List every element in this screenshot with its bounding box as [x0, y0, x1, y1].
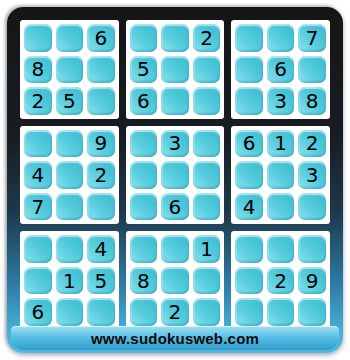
cell-r3c5[interactable] [161, 87, 189, 115]
cell-r6c3[interactable] [87, 193, 115, 221]
cell-r8c6[interactable] [193, 267, 221, 295]
cell-r9c6[interactable] [193, 298, 221, 326]
cell-r2c3[interactable] [87, 56, 115, 84]
cell-r4c8[interactable]: 1 [267, 130, 295, 158]
cell-r3c6[interactable] [193, 87, 221, 115]
cell-r9c3[interactable] [87, 298, 115, 326]
cell-r8c2[interactable]: 1 [56, 267, 84, 295]
cell-r7c1[interactable] [24, 235, 52, 263]
cell-r3c7[interactable] [235, 87, 263, 115]
box-7: 4156 [20, 231, 119, 330]
cell-r3c8[interactable]: 3 [267, 87, 295, 115]
cell-r6c4[interactable] [130, 193, 158, 221]
cell-r2c1[interactable]: 8 [24, 56, 52, 84]
cell-r6c9[interactable] [298, 193, 326, 221]
cell-r4c6[interactable] [193, 130, 221, 158]
cell-r7c2[interactable] [56, 235, 84, 263]
cell-r8c7[interactable] [235, 267, 263, 295]
cell-r3c2[interactable]: 5 [56, 87, 84, 115]
site-url-text: www.sudokusweb.com [91, 330, 259, 347]
cell-r4c9[interactable]: 2 [298, 130, 326, 158]
cell-r9c7[interactable] [235, 298, 263, 326]
cell-r5c5[interactable] [161, 161, 189, 189]
cell-r7c3[interactable]: 4 [87, 235, 115, 263]
cell-r3c9[interactable]: 8 [298, 87, 326, 115]
cell-r2c6[interactable] [193, 56, 221, 84]
cell-r5c3[interactable]: 2 [87, 161, 115, 189]
cell-r5c9[interactable]: 3 [298, 161, 326, 189]
cell-r6c5[interactable]: 6 [161, 193, 189, 221]
cell-r8c5[interactable] [161, 267, 189, 295]
cell-r5c4[interactable] [130, 161, 158, 189]
cell-r3c4[interactable]: 6 [130, 87, 158, 115]
cell-r9c8[interactable] [267, 298, 295, 326]
cell-r2c9[interactable] [298, 56, 326, 84]
cell-r6c1[interactable]: 7 [24, 193, 52, 221]
cell-r2c8[interactable]: 6 [267, 56, 295, 84]
cell-r1c7[interactable] [235, 24, 263, 52]
box-8: 182 [126, 231, 225, 330]
cell-r4c5[interactable]: 3 [161, 130, 189, 158]
cell-r8c1[interactable] [24, 267, 52, 295]
cell-r8c8[interactable]: 2 [267, 267, 295, 295]
cell-r3c3[interactable] [87, 87, 115, 115]
cell-r1c4[interactable] [130, 24, 158, 52]
cell-r9c4[interactable] [130, 298, 158, 326]
cell-r6c6[interactable] [193, 193, 221, 221]
cell-r2c4[interactable]: 5 [130, 56, 158, 84]
cell-r2c5[interactable] [161, 56, 189, 84]
cell-r6c2[interactable] [56, 193, 84, 221]
box-2: 256 [126, 20, 225, 119]
cell-r6c8[interactable] [267, 193, 295, 221]
cell-r9c9[interactable] [298, 298, 326, 326]
cell-r1c9[interactable]: 7 [298, 24, 326, 52]
cell-r7c9[interactable] [298, 235, 326, 263]
cell-r5c6[interactable] [193, 161, 221, 189]
cell-r7c8[interactable] [267, 235, 295, 263]
box-5: 36 [126, 126, 225, 225]
cell-r7c6[interactable]: 1 [193, 235, 221, 263]
cell-r4c7[interactable]: 6 [235, 130, 263, 158]
cell-r5c1[interactable]: 4 [24, 161, 52, 189]
box-9: 29 [231, 231, 330, 330]
cell-r1c1[interactable] [24, 24, 52, 52]
board-frame: 6825256763894273661234415618229 www.sudo… [7, 7, 343, 353]
cell-r3c1[interactable]: 2 [24, 87, 52, 115]
box-4: 9427 [20, 126, 119, 225]
cell-r1c5[interactable] [161, 24, 189, 52]
box-1: 6825 [20, 20, 119, 119]
cell-r9c5[interactable]: 2 [161, 298, 189, 326]
cell-r4c2[interactable] [56, 130, 84, 158]
cell-r5c8[interactable] [267, 161, 295, 189]
cell-r4c3[interactable]: 9 [87, 130, 115, 158]
cell-r7c7[interactable] [235, 235, 263, 263]
cell-r2c2[interactable] [56, 56, 84, 84]
cell-r8c3[interactable]: 5 [87, 267, 115, 295]
box-3: 7638 [231, 20, 330, 119]
cell-r1c2[interactable] [56, 24, 84, 52]
cell-r1c8[interactable] [267, 24, 295, 52]
footer-bar: www.sudokusweb.com [11, 326, 339, 350]
cell-r8c9[interactable]: 9 [298, 267, 326, 295]
cell-r4c4[interactable] [130, 130, 158, 158]
cell-r9c1[interactable]: 6 [24, 298, 52, 326]
cell-r5c7[interactable] [235, 161, 263, 189]
cell-r9c2[interactable] [56, 298, 84, 326]
cell-r7c5[interactable] [161, 235, 189, 263]
cell-r4c1[interactable] [24, 130, 52, 158]
cell-r1c3[interactable]: 6 [87, 24, 115, 52]
cell-r8c4[interactable]: 8 [130, 267, 158, 295]
box-6: 61234 [231, 126, 330, 225]
cell-r1c6[interactable]: 2 [193, 24, 221, 52]
cell-r6c7[interactable]: 4 [235, 193, 263, 221]
cell-r2c7[interactable] [235, 56, 263, 84]
cell-r5c2[interactable] [56, 161, 84, 189]
cell-r7c4[interactable] [130, 235, 158, 263]
sudoku-grid: 6825256763894273661234415618229 [20, 20, 330, 330]
